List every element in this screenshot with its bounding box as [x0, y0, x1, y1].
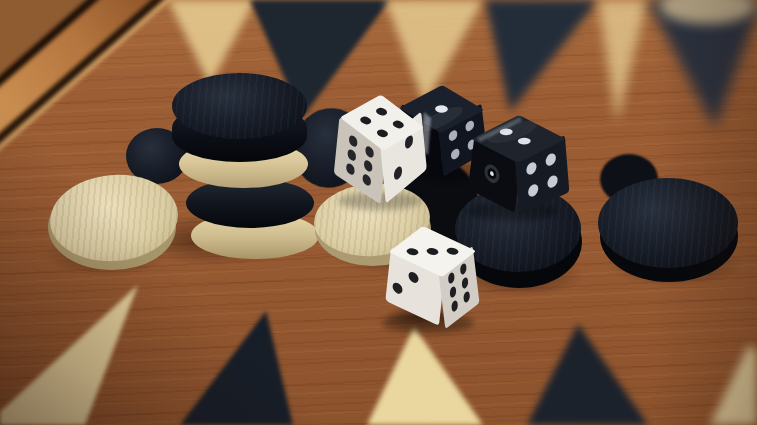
- dice-layer: [0, 0, 757, 425]
- die-white-lower: [389, 229, 477, 324]
- die-black-right: [471, 116, 566, 210]
- photo-backgammon-scene: [0, 0, 757, 425]
